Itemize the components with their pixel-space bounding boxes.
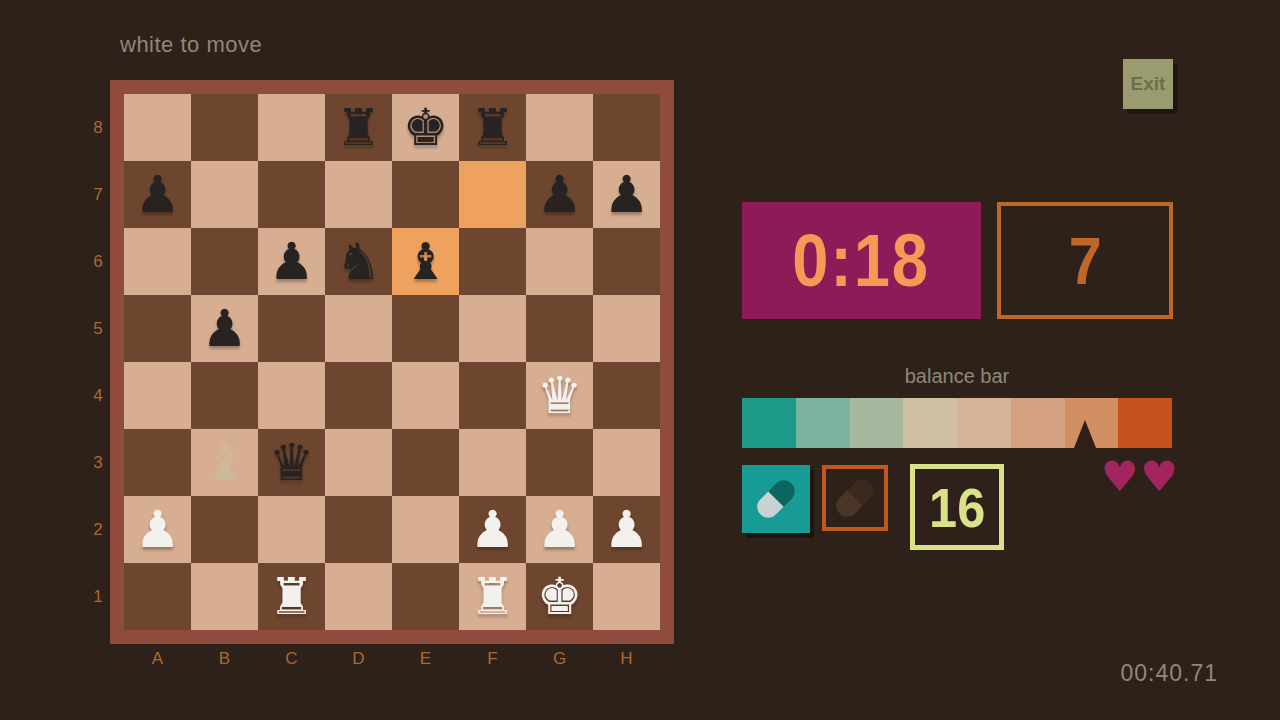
square-c2[interactable] bbox=[258, 496, 325, 563]
piece-black-pawn-c6: ♟ bbox=[258, 228, 325, 295]
square-c4[interactable] bbox=[258, 362, 325, 429]
move-counter: 7 bbox=[997, 202, 1173, 319]
lives-hearts: ♥♥ bbox=[1098, 452, 1178, 502]
piece-white-queen-g4: ♛ bbox=[526, 362, 593, 429]
piece-black-queen-c3: ♛ bbox=[258, 429, 325, 496]
square-f8[interactable]: ♜ bbox=[459, 94, 526, 161]
heart-icon: ♥ bbox=[1140, 456, 1178, 498]
rank-label-7: 7 bbox=[84, 161, 112, 228]
square-b8[interactable] bbox=[191, 94, 258, 161]
rank-label-1: 1 bbox=[84, 563, 112, 630]
file-label-e: E bbox=[392, 646, 459, 672]
pill-count-box: 16 bbox=[910, 464, 1004, 550]
square-d8[interactable]: ♜ bbox=[325, 94, 392, 161]
piece-black-pawn-b5: ♟ bbox=[191, 295, 258, 362]
square-b4[interactable] bbox=[191, 362, 258, 429]
square-h2[interactable]: ♟ bbox=[593, 496, 660, 563]
square-d4[interactable] bbox=[325, 362, 392, 429]
square-g8[interactable] bbox=[526, 94, 593, 161]
piece-white-pawn-f2: ♟ bbox=[459, 496, 526, 563]
balance-bar-segment-6 bbox=[1011, 398, 1065, 448]
square-h8[interactable] bbox=[593, 94, 660, 161]
balance-bar-segment-1 bbox=[742, 398, 796, 448]
square-g1[interactable]: ♚ bbox=[526, 563, 593, 630]
piece-black-knight-d6: ♞ bbox=[325, 228, 392, 295]
piece-black-king-e8: ♚ bbox=[392, 94, 459, 161]
square-d2[interactable] bbox=[325, 496, 392, 563]
square-b7[interactable] bbox=[191, 161, 258, 228]
move-counter-value: 7 bbox=[1068, 223, 1101, 299]
file-label-f: F bbox=[459, 646, 526, 672]
square-b3[interactable]: ♝ bbox=[191, 429, 258, 496]
pill-button-used[interactable] bbox=[822, 465, 888, 531]
square-a3[interactable] bbox=[124, 429, 191, 496]
square-e4[interactable] bbox=[392, 362, 459, 429]
piece-black-rook-d8: ♜ bbox=[325, 94, 392, 161]
pill-icon bbox=[753, 476, 800, 523]
square-b6[interactable] bbox=[191, 228, 258, 295]
balance-bar-segment-4 bbox=[903, 398, 957, 448]
square-h3[interactable] bbox=[593, 429, 660, 496]
square-g3[interactable] bbox=[526, 429, 593, 496]
square-a7[interactable]: ♟ bbox=[124, 161, 191, 228]
piece-white-rook-f1: ♜ bbox=[459, 563, 526, 630]
move-timer-value: 0:18 bbox=[793, 218, 930, 303]
square-d5[interactable] bbox=[325, 295, 392, 362]
square-h7[interactable]: ♟ bbox=[593, 161, 660, 228]
balance-bar-segment-5 bbox=[957, 398, 1011, 448]
square-a6[interactable] bbox=[124, 228, 191, 295]
piece-black-bishop-e6: ♝ bbox=[392, 228, 459, 295]
square-g4[interactable]: ♛ bbox=[526, 362, 593, 429]
rank-label-8: 8 bbox=[84, 94, 112, 161]
exit-button[interactable]: Exit bbox=[1123, 59, 1173, 109]
square-h6[interactable] bbox=[593, 228, 660, 295]
square-h4[interactable] bbox=[593, 362, 660, 429]
piece-black-pawn-a7: ♟ bbox=[124, 161, 191, 228]
square-e3[interactable] bbox=[392, 429, 459, 496]
ghost-bishop-b3: ♝ bbox=[191, 429, 258, 496]
square-f5[interactable] bbox=[459, 295, 526, 362]
square-h1[interactable] bbox=[593, 563, 660, 630]
board-frame: ♜♚♜♟♟♟♟♞♝♟♛♝♛♟♟♟♟♜♜♚ bbox=[110, 80, 674, 644]
square-e1[interactable] bbox=[392, 563, 459, 630]
balance-bar-segment-3 bbox=[850, 398, 904, 448]
chess-board: ♜♚♜♟♟♟♟♞♝♟♛♝♛♟♟♟♟♜♜♚ bbox=[124, 94, 660, 630]
square-d6[interactable]: ♞ bbox=[325, 228, 392, 295]
square-c1[interactable]: ♜ bbox=[258, 563, 325, 630]
square-d3[interactable] bbox=[325, 429, 392, 496]
balance-bar-segment-8 bbox=[1118, 398, 1172, 448]
square-f3[interactable] bbox=[459, 429, 526, 496]
piece-white-pawn-g2: ♟ bbox=[526, 496, 593, 563]
file-label-c: C bbox=[258, 646, 325, 672]
piece-white-pawn-a2: ♟ bbox=[124, 496, 191, 563]
pill-icon-ghost bbox=[832, 475, 879, 522]
square-d7[interactable] bbox=[325, 161, 392, 228]
square-g6[interactable] bbox=[526, 228, 593, 295]
square-f4[interactable] bbox=[459, 362, 526, 429]
piece-black-pawn-h7: ♟ bbox=[593, 161, 660, 228]
file-label-h: H bbox=[593, 646, 660, 672]
square-e6[interactable]: ♝ bbox=[392, 228, 459, 295]
balance-bar bbox=[742, 398, 1172, 448]
game-screen: white to move Exit 87654321 ABCDEFGH ♜♚♜… bbox=[0, 0, 1280, 720]
balance-bar-marker bbox=[1074, 420, 1096, 448]
elapsed-time: 00:40.71 bbox=[1120, 660, 1218, 687]
piece-white-king-g1: ♚ bbox=[526, 563, 593, 630]
square-e5[interactable] bbox=[392, 295, 459, 362]
file-label-g: G bbox=[526, 646, 593, 672]
square-e2[interactable] bbox=[392, 496, 459, 563]
rank-label-4: 4 bbox=[84, 362, 112, 429]
piece-black-rook-f8: ♜ bbox=[459, 94, 526, 161]
file-label-a: A bbox=[124, 646, 191, 672]
heart-icon: ♥ bbox=[1101, 456, 1139, 498]
square-a8[interactable] bbox=[124, 94, 191, 161]
square-c6[interactable]: ♟ bbox=[258, 228, 325, 295]
rank-labels: 87654321 bbox=[84, 94, 112, 630]
piece-white-pawn-h2: ♟ bbox=[593, 496, 660, 563]
square-b2[interactable] bbox=[191, 496, 258, 563]
square-a2[interactable]: ♟ bbox=[124, 496, 191, 563]
file-label-b: B bbox=[191, 646, 258, 672]
square-e7[interactable] bbox=[392, 161, 459, 228]
square-f6[interactable] bbox=[459, 228, 526, 295]
rank-label-6: 6 bbox=[84, 228, 112, 295]
piece-black-pawn-g7: ♟ bbox=[526, 161, 593, 228]
square-f7[interactable] bbox=[459, 161, 526, 228]
move-timer: 0:18 bbox=[742, 202, 981, 319]
square-a5[interactable] bbox=[124, 295, 191, 362]
square-c3[interactable]: ♛ bbox=[258, 429, 325, 496]
square-c5[interactable] bbox=[258, 295, 325, 362]
rank-label-2: 2 bbox=[84, 496, 112, 563]
balance-bar-segment-2 bbox=[796, 398, 850, 448]
piece-white-rook-c1: ♜ bbox=[258, 563, 325, 630]
rank-label-3: 3 bbox=[84, 429, 112, 496]
square-g5[interactable] bbox=[526, 295, 593, 362]
square-f1[interactable]: ♜ bbox=[459, 563, 526, 630]
balance-bar-label: balance bar bbox=[742, 365, 1172, 388]
square-e8[interactable]: ♚ bbox=[392, 94, 459, 161]
square-g7[interactable]: ♟ bbox=[526, 161, 593, 228]
square-c7[interactable] bbox=[258, 161, 325, 228]
square-h5[interactable] bbox=[593, 295, 660, 362]
square-b1[interactable] bbox=[191, 563, 258, 630]
square-d1[interactable] bbox=[325, 563, 392, 630]
square-a4[interactable] bbox=[124, 362, 191, 429]
pill-count-value: 16 bbox=[929, 475, 985, 540]
turn-indicator: white to move bbox=[120, 32, 262, 58]
square-g2[interactable]: ♟ bbox=[526, 496, 593, 563]
file-label-d: D bbox=[325, 646, 392, 672]
square-a1[interactable] bbox=[124, 563, 191, 630]
square-b5[interactable]: ♟ bbox=[191, 295, 258, 362]
file-labels: ABCDEFGH bbox=[124, 646, 660, 672]
pill-button-active[interactable] bbox=[742, 465, 810, 533]
rank-label-5: 5 bbox=[84, 295, 112, 362]
square-f2[interactable]: ♟ bbox=[459, 496, 526, 563]
square-c8[interactable] bbox=[258, 94, 325, 161]
